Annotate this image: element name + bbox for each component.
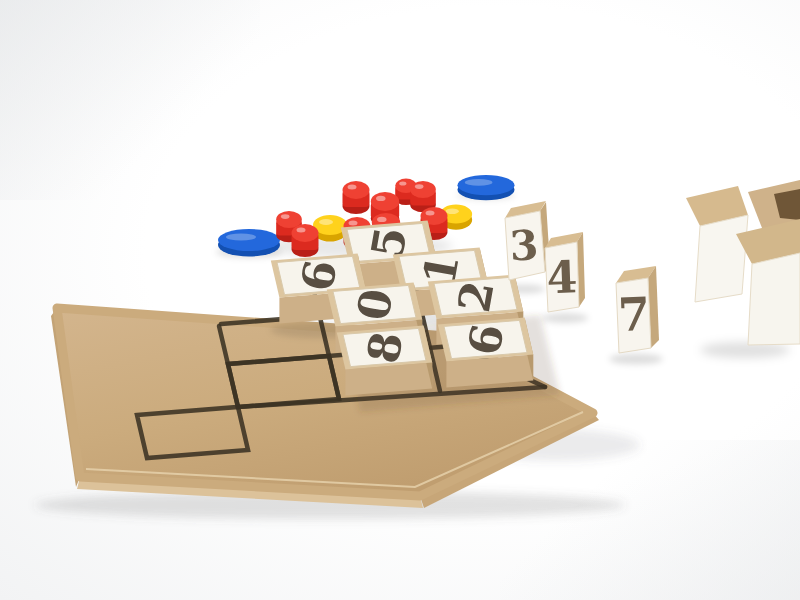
tile-digit: 4: [546, 251, 578, 303]
tile-digit: 3: [509, 221, 540, 270]
photo-backdrop: { "game": "Wooden number-tiles math boar…: [0, 0, 800, 600]
board-tile-6-front[interactable]: 6: [438, 318, 533, 388]
blank-standing-tile[interactable]: [736, 219, 800, 345]
board-tile-8[interactable]: 8: [337, 326, 432, 396]
standing-tile-3[interactable]: 3: [505, 201, 550, 280]
standing-tile-7[interactable]: 7: [616, 266, 659, 353]
blue-counter[interactable]: [457, 175, 514, 200]
tile-digit: 7: [617, 287, 651, 342]
blank-standing-tile[interactable]: [686, 186, 748, 302]
standing-tile-4[interactable]: 4: [545, 232, 585, 312]
blue-counter[interactable]: [218, 229, 280, 257]
scene: 5 1 6 2 0 6 8 3 4 7: [0, 0, 800, 600]
red-counter[interactable]: [343, 181, 370, 214]
tile-face: [695, 215, 748, 302]
tile-4-shadow: [542, 313, 588, 323]
red-counter[interactable]: [292, 224, 319, 257]
tile-7-shadow: [609, 354, 663, 365]
tile-face: [748, 253, 800, 345]
